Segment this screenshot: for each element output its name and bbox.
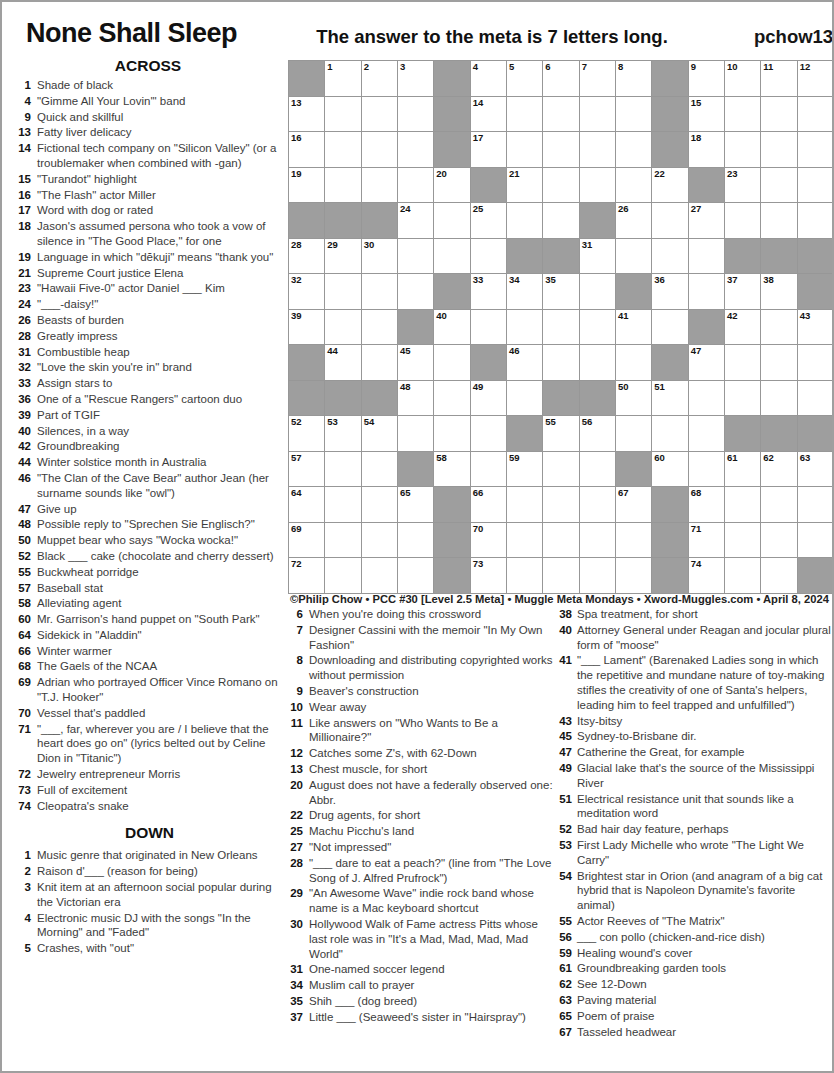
cell-r10c6[interactable]: 49 (471, 381, 507, 417)
cell-r12c11[interactable]: 60 (652, 452, 688, 488)
cell-r11c3[interactable]: 54 (362, 416, 398, 452)
cell-r1c9[interactable]: 7 (580, 61, 616, 97)
clue-number: 34 (288, 978, 309, 993)
cell-r12c7[interactable]: 59 (507, 452, 543, 488)
cell-r7c6[interactable]: 33 (471, 274, 507, 310)
cell-r12c14[interactable]: 62 (761, 452, 797, 488)
clue-text: Like answers on "Who Wants to Be a Milli… (309, 716, 558, 746)
cell-r3c7[interactable] (507, 132, 543, 168)
cell-r2c3[interactable] (362, 97, 398, 133)
cell-r1c4[interactable]: 3 (398, 61, 434, 97)
cell-r15c13[interactable] (725, 558, 761, 594)
cell-r15c1[interactable]: 72 (289, 558, 325, 594)
down-clue-list-right: 38Spa treatment, for short40Attorney Gen… (558, 607, 834, 1040)
cell-r15c9[interactable] (580, 558, 616, 594)
cell-r4c14[interactable] (761, 168, 797, 204)
clue-text: First Lady Michelle who wrote "The Light… (577, 838, 834, 868)
block-cell-r6c14 (761, 239, 797, 275)
clue-text: Knit item at an afternoon social popular… (37, 880, 285, 910)
clue-text: Adrian who portrayed Officer Vince Roman… (37, 675, 285, 705)
cell-r2c12[interactable]: 15 (689, 97, 725, 133)
clue-number: 18 (14, 219, 37, 249)
cell-r11c9[interactable]: 56 (580, 416, 616, 452)
cell-r2c1[interactable]: 13 (289, 97, 325, 133)
cell-r12c12[interactable] (689, 452, 725, 488)
cell-number: 64 (291, 488, 302, 498)
clue-across-69: 69Adrian who portrayed Officer Vince Rom… (14, 675, 285, 705)
cell-r4c5[interactable]: 20 (434, 168, 470, 204)
cell-r7c8[interactable]: 35 (543, 274, 579, 310)
cell-r6c2[interactable]: 29 (325, 239, 361, 275)
cell-r10c7[interactable] (507, 381, 543, 417)
cell-r13c6[interactable]: 66 (471, 487, 507, 523)
cell-r9c10[interactable] (616, 345, 652, 381)
clue-number: 51 (558, 792, 577, 822)
clue-number: 47 (558, 745, 577, 760)
cell-r9c3[interactable] (362, 345, 398, 381)
clue-number: 24 (14, 297, 37, 312)
clue-across-50: 50Muppet bear who says "Wocka wocka!" (14, 533, 285, 548)
cell-r4c1[interactable]: 19 (289, 168, 325, 204)
clue-number: 57 (14, 581, 37, 596)
cell-r2c4[interactable] (398, 97, 434, 133)
cell-r6c10[interactable] (616, 239, 652, 275)
cell-r3c4[interactable] (398, 132, 434, 168)
cell-r2c14[interactable] (761, 97, 797, 133)
cell-r13c7[interactable] (507, 487, 543, 523)
clue-text: Paving material (577, 993, 834, 1008)
clue-number: 30 (288, 917, 309, 961)
clue-across-48: 48Possible reply to "Sprechen Sie Englis… (14, 517, 285, 532)
cell-number: 30 (364, 240, 375, 250)
clue-number: 31 (14, 345, 37, 360)
clue-down-13: 13Chest muscle, for short (288, 762, 558, 777)
down-clue-list-left: 1Music genre that originated in New Orle… (14, 848, 285, 956)
cell-number: 12 (800, 62, 811, 72)
clue-text: Give up (37, 502, 285, 517)
clue-number: 32 (14, 360, 37, 375)
cell-r6c5[interactable] (434, 239, 470, 275)
cell-r9c14[interactable] (761, 345, 797, 381)
clue-number: 41 (558, 653, 577, 712)
clue-across-32: 32"Love the skin you're in" brand (14, 360, 285, 375)
cell-r8c2[interactable] (325, 310, 361, 346)
cell-r5c14[interactable] (761, 203, 797, 239)
cell-r14c10[interactable] (616, 523, 652, 559)
clue-text: Groundbreaking (37, 439, 285, 454)
cell-r4c15[interactable] (798, 168, 834, 204)
clue-down-37: 37Little ___ (Seaweed's sister in "Hairs… (288, 1010, 558, 1025)
cell-r5c10[interactable]: 26 (616, 203, 652, 239)
cell-number: 73 (473, 559, 484, 569)
cell-r12c8[interactable] (543, 452, 579, 488)
cell-r14c4[interactable] (398, 523, 434, 559)
cell-r2c9[interactable] (580, 97, 616, 133)
cell-r6c1[interactable]: 28 (289, 239, 325, 275)
cell-number: 53 (327, 417, 338, 427)
cell-number: 14 (473, 98, 484, 108)
cell-r1c6[interactable]: 4 (471, 61, 507, 97)
cell-r3c1[interactable]: 16 (289, 132, 325, 168)
cell-r6c12[interactable] (689, 239, 725, 275)
cell-r2c8[interactable] (543, 97, 579, 133)
cell-r13c2[interactable] (325, 487, 361, 523)
cell-r14c2[interactable] (325, 523, 361, 559)
cell-r9c9[interactable] (580, 345, 616, 381)
cell-r6c9[interactable]: 31 (580, 239, 616, 275)
clue-down-30: 30Hollywood Walk of Fame actress Pitts w… (288, 917, 558, 961)
cell-r1c8[interactable]: 6 (543, 61, 579, 97)
cell-number: 63 (800, 453, 811, 463)
clue-number: 71 (14, 722, 37, 766)
cell-r15c6[interactable]: 73 (471, 558, 507, 594)
clue-across-26: 26Beasts of burden (14, 313, 285, 328)
cell-r11c11[interactable] (652, 416, 688, 452)
clue-across-44: 44Winter solstice month in Australia (14, 455, 285, 470)
clue-text: Language in which "dĕkuji" means "thank … (37, 250, 285, 265)
cell-r3c9[interactable] (580, 132, 616, 168)
clue-text: Cleopatra's snake (37, 799, 285, 814)
cell-r12c15[interactable]: 63 (798, 452, 834, 488)
clue-number: 60 (14, 612, 37, 627)
cell-r4c10[interactable] (616, 168, 652, 204)
clue-text: Fictional tech company on "Silicon Valle… (37, 141, 285, 171)
cell-number: 60 (654, 453, 665, 463)
cell-r11c4[interactable] (398, 416, 434, 452)
clue-number: 61 (558, 961, 577, 976)
block-cell-r10c9 (580, 381, 616, 417)
clue-number: 67 (558, 1025, 577, 1040)
cell-r15c2[interactable] (325, 558, 361, 594)
cell-number: 58 (436, 453, 447, 463)
cell-r1c2[interactable]: 1 (325, 61, 361, 97)
cell-r1c14[interactable]: 11 (761, 61, 797, 97)
cell-r8c9[interactable] (580, 310, 616, 346)
cell-r4c4[interactable] (398, 168, 434, 204)
cell-r9c2[interactable]: 44 (325, 345, 361, 381)
cell-r13c10[interactable]: 67 (616, 487, 652, 523)
block-cell-r15c5 (434, 558, 470, 594)
clue-across-28: 28Greatly impress (14, 329, 285, 344)
cell-r13c14[interactable] (761, 487, 797, 523)
clue-down-62: 62See 12-Down (558, 977, 834, 992)
cell-r8c3[interactable] (362, 310, 398, 346)
cell-r11c2[interactable]: 53 (325, 416, 361, 452)
cell-r3c6[interactable]: 17 (471, 132, 507, 168)
clue-text: "Not impressed" (309, 840, 558, 855)
cell-number: 27 (691, 204, 702, 214)
cell-r13c15[interactable] (798, 487, 834, 523)
clue-down-31: 31One-named soccer legend (288, 962, 558, 977)
cell-r13c4[interactable]: 65 (398, 487, 434, 523)
cell-r8c5[interactable]: 40 (434, 310, 470, 346)
cell-r8c14[interactable] (761, 310, 797, 346)
block-cell-r7c15 (798, 274, 834, 310)
cell-r8c10[interactable]: 41 (616, 310, 652, 346)
cell-r5c7[interactable] (507, 203, 543, 239)
cell-r9c12[interactable]: 47 (689, 345, 725, 381)
cell-r13c3[interactable] (362, 487, 398, 523)
cell-r7c2[interactable] (325, 274, 361, 310)
cell-number: 1 (327, 62, 332, 72)
block-cell-r7c5 (434, 274, 470, 310)
cell-r1c7[interactable]: 5 (507, 61, 543, 97)
clue-number: 28 (14, 329, 37, 344)
cell-number: 65 (400, 488, 411, 498)
cell-r6c3[interactable]: 30 (362, 239, 398, 275)
cell-r15c4[interactable] (398, 558, 434, 594)
cell-r9c5[interactable] (434, 345, 470, 381)
block-cell-r10c2 (325, 381, 361, 417)
clue-text: Mr. Garrison's hand puppet on "South Par… (37, 612, 285, 627)
cell-r12c3[interactable] (362, 452, 398, 488)
cell-r3c10[interactable] (616, 132, 652, 168)
cell-r1c13[interactable]: 10 (725, 61, 761, 97)
cell-r4c2[interactable] (325, 168, 361, 204)
block-cell-r6c13 (725, 239, 761, 275)
cell-r15c12[interactable]: 74 (689, 558, 725, 594)
clue-text: Designer Cassini with the memoir "In My … (309, 623, 558, 653)
cell-r10c14[interactable] (761, 381, 797, 417)
cell-r7c1[interactable]: 32 (289, 274, 325, 310)
cell-r6c4[interactable] (398, 239, 434, 275)
cell-r8c13[interactable]: 42 (725, 310, 761, 346)
clue-text: Music genre that originated in New Orlea… (37, 848, 285, 863)
cell-r4c13[interactable]: 23 (725, 168, 761, 204)
block-cell-r5c9 (580, 203, 616, 239)
cell-r14c15[interactable] (798, 523, 834, 559)
cell-r8c1[interactable]: 39 (289, 310, 325, 346)
cell-r11c1[interactable]: 52 (289, 416, 325, 452)
cell-r5c12[interactable]: 27 (689, 203, 725, 239)
cell-r8c8[interactable] (543, 310, 579, 346)
block-cell-r13c11 (652, 487, 688, 523)
cell-r10c5[interactable] (434, 381, 470, 417)
cell-r9c8[interactable] (543, 345, 579, 381)
clue-text: Jason's assumed persona who took a vow o… (37, 219, 285, 249)
cell-r7c12[interactable] (689, 274, 725, 310)
cell-r5c5[interactable] (434, 203, 470, 239)
cell-r2c10[interactable] (616, 97, 652, 133)
cell-r11c6[interactable] (471, 416, 507, 452)
cell-r14c6[interactable]: 70 (471, 523, 507, 559)
clue-across-47: 47Give up (14, 502, 285, 517)
cell-r5c15[interactable] (798, 203, 834, 239)
cell-r13c1[interactable]: 64 (289, 487, 325, 523)
cell-r14c13[interactable] (725, 523, 761, 559)
clue-number: 7 (288, 623, 309, 653)
cell-number: 15 (691, 98, 702, 108)
clue-text: One-named soccer legend (309, 962, 558, 977)
cell-r14c7[interactable] (507, 523, 543, 559)
cell-r12c2[interactable] (325, 452, 361, 488)
cell-r14c12[interactable]: 71 (689, 523, 725, 559)
cell-r14c1[interactable]: 69 (289, 523, 325, 559)
block-cell-r11c7 (507, 416, 543, 452)
clue-text: Winter solstice month in Australia (37, 455, 285, 470)
cell-r10c12[interactable] (689, 381, 725, 417)
cell-r14c9[interactable] (580, 523, 616, 559)
cell-r5c4[interactable]: 24 (398, 203, 434, 239)
cell-r10c15[interactable] (798, 381, 834, 417)
cell-r3c15[interactable] (798, 132, 834, 168)
clue-number: 36 (14, 392, 37, 407)
cell-r14c3[interactable] (362, 523, 398, 559)
cell-r5c6[interactable]: 25 (471, 203, 507, 239)
cell-r14c14[interactable] (761, 523, 797, 559)
block-cell-r2c11 (652, 97, 688, 133)
cell-r12c6[interactable] (471, 452, 507, 488)
cell-number: 8 (618, 62, 623, 72)
across-clue-list: 1Shade of black4"Gimme All Your Lovin'" … (14, 78, 285, 813)
cell-number: 28 (291, 240, 302, 250)
cell-r1c10[interactable]: 8 (616, 61, 652, 97)
cell-r9c4[interactable]: 45 (398, 345, 434, 381)
cell-r12c13[interactable]: 61 (725, 452, 761, 488)
cell-r9c13[interactable] (725, 345, 761, 381)
clue-across-36: 36One of a "Rescue Rangers" cartoon duo (14, 392, 285, 407)
cell-r8c15[interactable]: 43 (798, 310, 834, 346)
cell-r3c2[interactable] (325, 132, 361, 168)
clue-text: Hollywood Walk of Fame actress Pitts who… (309, 917, 558, 961)
cell-r4c8[interactable] (543, 168, 579, 204)
cell-r7c7[interactable]: 34 (507, 274, 543, 310)
clue-number: 15 (14, 172, 37, 187)
cell-r3c8[interactable] (543, 132, 579, 168)
clue-number: 65 (558, 1009, 577, 1024)
clue-number: 49 (558, 761, 577, 791)
across-clue-column: 1Shade of black4"Gimme All Your Lovin'" … (14, 78, 285, 957)
cell-r10c4[interactable]: 48 (398, 381, 434, 417)
block-cell-r11c15 (798, 416, 834, 452)
clue-down-43: 43Itsy-bitsy (558, 714, 834, 729)
cell-r8c6[interactable] (471, 310, 507, 346)
cell-r15c7[interactable] (507, 558, 543, 594)
clue-number: 37 (288, 1010, 309, 1025)
clue-number: 23 (14, 281, 37, 296)
cell-number: 9 (691, 62, 696, 72)
cell-r7c13[interactable]: 37 (725, 274, 761, 310)
cell-r9c15[interactable] (798, 345, 834, 381)
cell-r11c5[interactable] (434, 416, 470, 452)
clue-text: Beasts of burden (37, 313, 285, 328)
clue-across-9: 9Quick and skillful (14, 110, 285, 125)
clue-text: "The Flash" actor Miller (37, 188, 285, 203)
clue-down-4: 4Electronic music DJ with the songs "In … (14, 911, 285, 941)
cell-r6c6[interactable] (471, 239, 507, 275)
clue-number: 21 (14, 266, 37, 281)
cell-r11c8[interactable]: 55 (543, 416, 579, 452)
cell-r13c12[interactable]: 68 (689, 487, 725, 523)
cell-r7c14[interactable]: 38 (761, 274, 797, 310)
cell-r5c11[interactable] (652, 203, 688, 239)
cell-r10c11[interactable]: 51 (652, 381, 688, 417)
cell-r7c4[interactable] (398, 274, 434, 310)
cell-r5c8[interactable] (543, 203, 579, 239)
cell-r3c13[interactable] (725, 132, 761, 168)
clue-text: Electrical resistance unit that sounds l… (577, 792, 834, 822)
cell-number: 6 (545, 62, 550, 72)
clue-across-42: 42Groundbreaking (14, 439, 285, 454)
clue-text: "Turandot" highlight (37, 172, 285, 187)
cell-r8c7[interactable] (507, 310, 543, 346)
cell-r13c8[interactable] (543, 487, 579, 523)
cell-r15c14[interactable] (761, 558, 797, 594)
block-cell-r12c4 (398, 452, 434, 488)
cell-r3c12[interactable]: 18 (689, 132, 725, 168)
cell-r3c3[interactable] (362, 132, 398, 168)
block-cell-r15c11 (652, 558, 688, 594)
cell-r8c11[interactable] (652, 310, 688, 346)
cell-r1c3[interactable]: 2 (362, 61, 398, 97)
cell-r4c3[interactable] (362, 168, 398, 204)
block-cell-r9c1 (289, 345, 325, 381)
cell-r4c9[interactable] (580, 168, 616, 204)
cell-r15c8[interactable] (543, 558, 579, 594)
cell-r9c7[interactable]: 46 (507, 345, 543, 381)
clue-across-14: 14Fictional tech company on "Silicon Val… (14, 141, 285, 171)
cell-number: 20 (436, 169, 447, 179)
clue-number: 72 (14, 767, 37, 782)
cell-r4c11[interactable]: 22 (652, 168, 688, 204)
clue-text: Baseball stat (37, 581, 285, 596)
down-clue-list-middle: 6When you're doing this crossword7Design… (288, 607, 558, 1026)
cell-r2c6[interactable]: 14 (471, 97, 507, 133)
cell-r12c1[interactable]: 57 (289, 452, 325, 488)
cell-r11c12[interactable] (689, 416, 725, 452)
cell-r5c13[interactable] (725, 203, 761, 239)
cell-r10c10[interactable]: 50 (616, 381, 652, 417)
block-cell-r13c5 (434, 487, 470, 523)
clue-text: "The Clan of the Cave Bear" author Jean … (37, 471, 285, 501)
cell-r10c13[interactable] (725, 381, 761, 417)
cell-r4c7[interactable]: 21 (507, 168, 543, 204)
cell-r13c13[interactable] (725, 487, 761, 523)
clue-text: Spa treatment, for short (577, 607, 834, 622)
block-cell-r1c1 (289, 61, 325, 97)
clue-number: 13 (288, 762, 309, 777)
cell-r12c5[interactable]: 58 (434, 452, 470, 488)
cell-r15c3[interactable] (362, 558, 398, 594)
cell-r2c15[interactable] (798, 97, 834, 133)
block-cell-r4c6 (471, 168, 507, 204)
cell-r11c10[interactable] (616, 416, 652, 452)
cell-number: 45 (400, 346, 411, 356)
cell-r12c9[interactable] (580, 452, 616, 488)
cell-r1c12[interactable]: 9 (689, 61, 725, 97)
clue-number: 69 (14, 675, 37, 705)
block-cell-r6c15 (798, 239, 834, 275)
cell-r2c2[interactable] (325, 97, 361, 133)
cell-r14c8[interactable] (543, 523, 579, 559)
clue-number: 44 (14, 455, 37, 470)
cell-r6c11[interactable] (652, 239, 688, 275)
cell-r3c14[interactable] (761, 132, 797, 168)
cell-r7c3[interactable] (362, 274, 398, 310)
clue-down-20: 20August does not have a federally obser… (288, 778, 558, 808)
cell-r7c9[interactable] (580, 274, 616, 310)
cell-r13c9[interactable] (580, 487, 616, 523)
clue-across-55: 55Buckwheat porridge (14, 565, 285, 580)
clue-down-56: 56___ con pollo (chicken-and-rice dish) (558, 930, 834, 945)
cell-r15c10[interactable] (616, 558, 652, 594)
cell-r7c11[interactable]: 36 (652, 274, 688, 310)
cell-r2c7[interactable] (507, 97, 543, 133)
cell-r2c13[interactable] (725, 97, 761, 133)
clue-text: Assign stars to (37, 376, 285, 391)
cell-r1c15[interactable]: 12 (798, 61, 834, 97)
block-cell-r8c4 (398, 310, 434, 346)
